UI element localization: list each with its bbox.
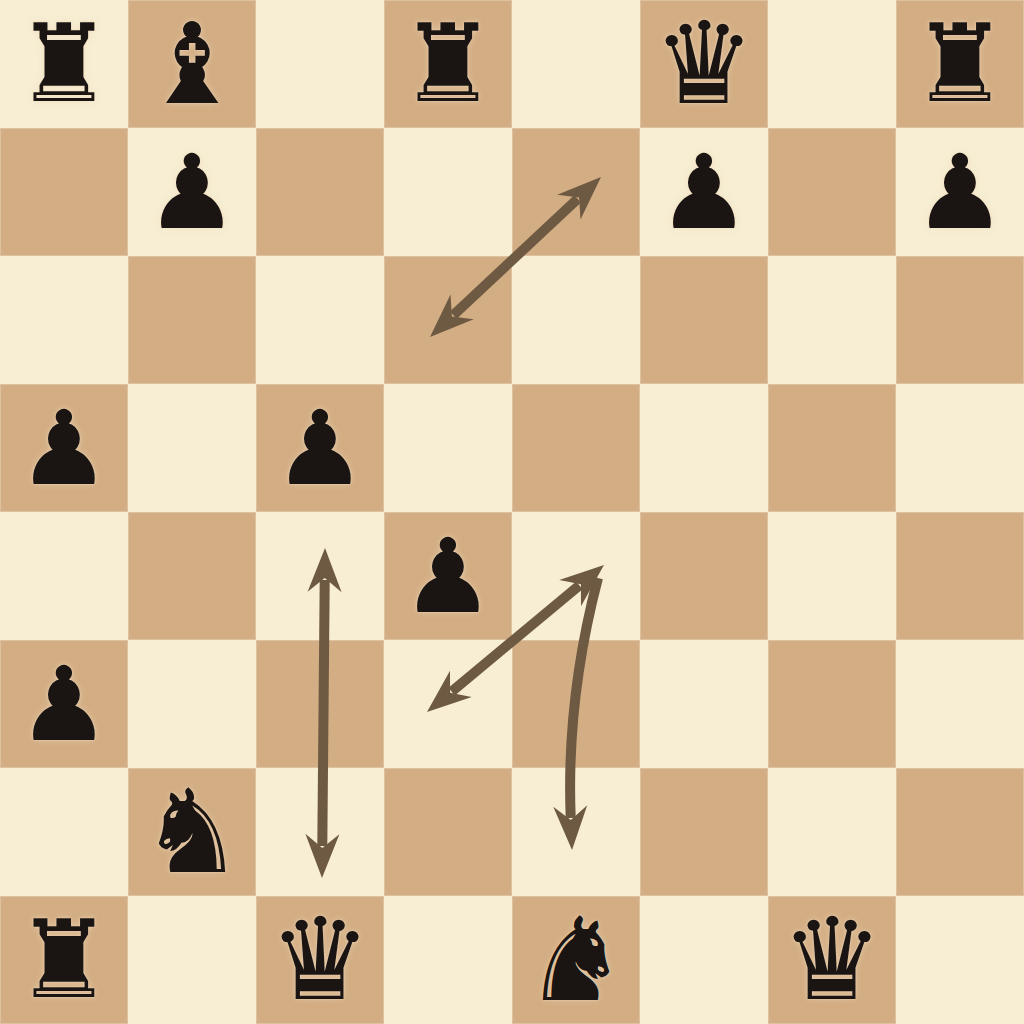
square-e2[interactable]: [512, 768, 640, 896]
square-b8[interactable]: ♝: [128, 0, 256, 128]
piece-black-pawn-a3[interactable]: ♟: [18, 653, 110, 756]
square-h8[interactable]: ♜: [896, 0, 1024, 128]
piece-black-queen-c1[interactable]: ♛: [269, 903, 371, 1017]
square-e5[interactable]: [512, 384, 640, 512]
square-d5[interactable]: [384, 384, 512, 512]
square-g6[interactable]: [768, 256, 896, 384]
square-f6[interactable]: [640, 256, 768, 384]
square-d3[interactable]: [384, 640, 512, 768]
square-h4[interactable]: [896, 512, 1024, 640]
square-b5[interactable]: [128, 384, 256, 512]
square-d8[interactable]: ♜: [384, 0, 512, 128]
square-a1[interactable]: ♜: [0, 896, 128, 1024]
square-g7[interactable]: [768, 128, 896, 256]
piece-black-pawn-b7[interactable]: ♟: [146, 141, 238, 244]
square-e4[interactable]: [512, 512, 640, 640]
piece-black-queen-f8[interactable]: ♛: [653, 7, 755, 121]
square-c6[interactable]: [256, 256, 384, 384]
square-h1[interactable]: [896, 896, 1024, 1024]
square-g3[interactable]: [768, 640, 896, 768]
square-g1[interactable]: ♛: [768, 896, 896, 1024]
square-c1[interactable]: ♛: [256, 896, 384, 1024]
square-e3[interactable]: [512, 640, 640, 768]
piece-black-rook-a8[interactable]: ♜: [16, 10, 113, 118]
square-h3[interactable]: [896, 640, 1024, 768]
square-b7[interactable]: ♟: [128, 128, 256, 256]
square-b2[interactable]: ♞: [128, 768, 256, 896]
square-f2[interactable]: [640, 768, 768, 896]
square-c7[interactable]: [256, 128, 384, 256]
square-g2[interactable]: [768, 768, 896, 896]
square-f7[interactable]: ♟: [640, 128, 768, 256]
piece-black-bishop-b8[interactable]: ♝: [142, 8, 242, 120]
square-g8[interactable]: [768, 0, 896, 128]
piece-black-knight-e1[interactable]: ♞: [524, 902, 628, 1018]
piece-black-pawn-c5[interactable]: ♟: [274, 397, 366, 500]
square-c8[interactable]: [256, 0, 384, 128]
piece-black-rook-h8[interactable]: ♜: [912, 10, 1009, 118]
square-e6[interactable]: [512, 256, 640, 384]
piece-black-pawn-h7[interactable]: ♟: [914, 141, 1006, 244]
piece-black-rook-d8[interactable]: ♜: [400, 10, 497, 118]
square-b1[interactable]: [128, 896, 256, 1024]
piece-black-pawn-f7[interactable]: ♟: [658, 141, 750, 244]
piece-black-pawn-a5[interactable]: ♟: [18, 397, 110, 500]
square-e8[interactable]: [512, 0, 640, 128]
square-b6[interactable]: [128, 256, 256, 384]
square-a8[interactable]: ♜: [0, 0, 128, 128]
square-d4[interactable]: ♟: [384, 512, 512, 640]
square-a5[interactable]: ♟: [0, 384, 128, 512]
square-a2[interactable]: [0, 768, 128, 896]
piece-black-knight-b2[interactable]: ♞: [140, 774, 244, 890]
square-c2[interactable]: [256, 768, 384, 896]
square-c5[interactable]: ♟: [256, 384, 384, 512]
chess-board: ♜♝♜♛♜♟♟♟♟♟♟♟♞♜♛♞♛: [0, 0, 1024, 1024]
square-e7[interactable]: [512, 128, 640, 256]
square-f8[interactable]: ♛: [640, 0, 768, 128]
square-e1[interactable]: ♞: [512, 896, 640, 1024]
square-a7[interactable]: [0, 128, 128, 256]
square-c3[interactable]: [256, 640, 384, 768]
square-h5[interactable]: [896, 384, 1024, 512]
square-b4[interactable]: [128, 512, 256, 640]
piece-black-queen-g1[interactable]: ♛: [781, 903, 883, 1017]
board-squares: ♜♝♜♛♜♟♟♟♟♟♟♟♞♜♛♞♛: [0, 0, 1024, 1024]
square-c4[interactable]: [256, 512, 384, 640]
piece-black-rook-a1[interactable]: ♜: [16, 906, 113, 1014]
square-f3[interactable]: [640, 640, 768, 768]
square-f5[interactable]: [640, 384, 768, 512]
square-h2[interactable]: [896, 768, 1024, 896]
square-a6[interactable]: [0, 256, 128, 384]
square-b3[interactable]: [128, 640, 256, 768]
square-d6[interactable]: [384, 256, 512, 384]
square-a4[interactable]: [0, 512, 128, 640]
square-h7[interactable]: ♟: [896, 128, 1024, 256]
piece-black-pawn-d4[interactable]: ♟: [402, 525, 494, 628]
square-a3[interactable]: ♟: [0, 640, 128, 768]
square-f4[interactable]: [640, 512, 768, 640]
square-f1[interactable]: [640, 896, 768, 1024]
square-h6[interactable]: [896, 256, 1024, 384]
square-d1[interactable]: [384, 896, 512, 1024]
square-d7[interactable]: [384, 128, 512, 256]
square-g4[interactable]: [768, 512, 896, 640]
square-d2[interactable]: [384, 768, 512, 896]
square-g5[interactable]: [768, 384, 896, 512]
